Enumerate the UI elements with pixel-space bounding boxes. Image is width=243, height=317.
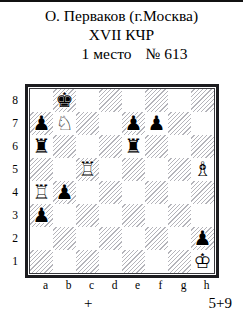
white-king-icon: ♔ [191,250,214,273]
place-label: 1 место [82,45,132,62]
square-e4 [122,181,145,204]
rank-label-4: 4 [8,181,22,204]
square-h7 [191,112,214,135]
file-labels: abcdefgh [34,279,218,292]
square-a4: ♜♖ [30,181,53,204]
square-g8 [168,89,191,112]
rank-label-3: 3 [8,204,22,227]
black-king-on-b8: ♚ [53,89,76,112]
rank-labels: 87654321 [8,89,22,273]
square-d7 [99,112,122,135]
square-h5: ♝♗ [191,158,214,181]
black-pawn-on-f7: ♟ [145,112,168,135]
square-b3 [53,204,76,227]
square-d2 [99,227,122,250]
result-line: 1 место№ 613 [13,44,243,63]
rank-label-1: 1 [8,250,22,273]
square-e5 [122,158,145,181]
black-pawn-icon: ♟ [122,112,145,135]
square-d1 [99,250,122,273]
white-bishop-icon: ♗ [191,158,214,181]
square-a7: ♟ [30,112,53,135]
top-rule-divider [0,0,243,2]
square-f4 [145,181,168,204]
diagram-header: О. Перваков (г.Москва) XVII КЧР 1 место№… [0,6,243,63]
square-a5 [30,158,53,181]
square-h6 [191,135,214,158]
square-f7: ♟ [145,112,168,135]
file-label-a: a [34,279,57,292]
square-g4 [168,181,191,204]
white-rook-on-c5: ♜♖ [76,158,99,181]
event-line: XVII КЧР [0,25,243,44]
square-a6: ♜ [30,135,53,158]
black-pawn-icon: ♟ [30,204,53,227]
square-c8 [76,89,99,112]
chess-diagram: 87654321 ♚♟♞♘♟♟♜♜♜♖♝♗♜♖♟♟♟♚♔ abcdefgh [25,84,219,278]
square-a3: ♟ [30,204,53,227]
square-a2 [30,227,53,250]
square-c5: ♜♖ [76,158,99,181]
square-f3 [145,204,168,227]
file-label-c: c [80,279,103,292]
square-d3 [99,204,122,227]
white-king-on-h1: ♚♔ [191,250,214,273]
square-h8 [191,89,214,112]
black-pawn-on-a7: ♟ [30,112,53,135]
file-label-e: e [126,279,149,292]
square-h4 [191,181,214,204]
chess-board: ♚♟♞♘♟♟♜♜♜♖♝♗♜♖♟♟♟♚♔ [30,89,214,273]
author-line: О. Перваков (г.Москва) [0,6,243,25]
rank-label-7: 7 [8,112,22,135]
white-rook-icon: ♖ [76,158,99,181]
square-d5 [99,158,122,181]
square-b8: ♚ [53,89,76,112]
file-label-b: b [57,279,80,292]
white-knight-on-b7: ♞♘ [53,112,76,135]
stipulation-symbol: + [84,295,92,311]
square-f8 [145,89,168,112]
white-rook-on-a4: ♜♖ [30,181,53,204]
file-label-d: d [103,279,126,292]
white-rook-icon: ♖ [30,181,53,204]
square-g3 [168,204,191,227]
square-g2 [168,227,191,250]
black-rook-on-e6: ♜ [122,135,145,158]
square-d4 [99,181,122,204]
black-pawn-icon: ♟ [191,227,214,250]
square-f5 [145,158,168,181]
square-g6 [168,135,191,158]
file-label-h: h [195,279,218,292]
board-frame: ♚♟♞♘♟♟♜♜♜♖♝♗♜♖♟♟♟♚♔ [25,84,219,278]
square-e6: ♜ [122,135,145,158]
rank-label-8: 8 [8,89,22,112]
square-c7 [76,112,99,135]
black-pawn-icon: ♟ [30,112,53,135]
rank-label-5: 5 [8,158,22,181]
white-knight-icon: ♘ [53,112,76,135]
square-c2 [76,227,99,250]
square-h2: ♟ [191,227,214,250]
square-b7: ♞♘ [53,112,76,135]
square-c1 [76,250,99,273]
material-count: 5+9 [209,295,232,311]
square-b4: ♟ [53,181,76,204]
square-e2 [122,227,145,250]
black-rook-on-a6: ♜ [30,135,53,158]
square-e1 [122,250,145,273]
square-e3 [122,204,145,227]
black-king-icon: ♚ [53,89,76,112]
rank-label-6: 6 [8,135,22,158]
square-d8 [99,89,122,112]
square-h3 [191,204,214,227]
black-rook-icon: ♜ [122,135,145,158]
black-pawn-on-b4: ♟ [53,181,76,204]
black-pawn-icon: ♟ [145,112,168,135]
board-inner-border: ♚♟♞♘♟♟♜♜♜♖♝♗♜♖♟♟♟♚♔ [29,88,215,274]
square-f6 [145,135,168,158]
page: О. Перваков (г.Москва) XVII КЧР 1 место№… [0,0,243,317]
square-g1 [168,250,191,273]
square-b5 [53,158,76,181]
square-d6 [99,135,122,158]
file-label-f: f [149,279,172,292]
white-bishop-on-h5: ♝♗ [191,158,214,181]
square-a1 [30,250,53,273]
square-f1 [145,250,168,273]
square-c6 [76,135,99,158]
square-c3 [76,204,99,227]
black-pawn-icon: ♟ [53,181,76,204]
square-g5 [168,158,191,181]
square-b6 [53,135,76,158]
square-c4 [76,181,99,204]
square-a8 [30,89,53,112]
file-label-g: g [172,279,195,292]
square-b1 [53,250,76,273]
rank-label-2: 2 [8,227,22,250]
black-pawn-on-h2: ♟ [191,227,214,250]
black-pawn-on-e7: ♟ [122,112,145,135]
square-e8 [122,89,145,112]
black-pawn-on-a3: ♟ [30,204,53,227]
black-rook-icon: ♜ [30,135,53,158]
square-b2 [53,227,76,250]
square-g7 [168,112,191,135]
square-f2 [145,227,168,250]
square-e7: ♟ [122,112,145,135]
problem-number: № 613 [145,45,187,62]
square-h1: ♚♔ [191,250,214,273]
